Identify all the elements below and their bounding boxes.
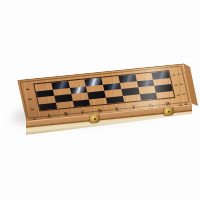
brass-clasp-icon bbox=[164, 107, 173, 115]
file-label-f: F bbox=[129, 104, 140, 110]
right-tick-label-2: 2 bbox=[179, 83, 184, 86]
right-tick-label-4: 4 bbox=[184, 103, 189, 106]
product-photo: ABCDEFGH 4321 1234 bbox=[0, 0, 200, 200]
file-label-c: C bbox=[78, 109, 89, 115]
file-label-b: B bbox=[61, 111, 72, 117]
rank-label-4: 4 bbox=[25, 86, 31, 92]
rank-label-3: 3 bbox=[27, 96, 33, 102]
rank-label-2: 2 bbox=[29, 106, 35, 112]
right-tick-label-3: 3 bbox=[181, 93, 186, 96]
file-label-g: G bbox=[146, 102, 157, 108]
file-label-h: H bbox=[163, 101, 174, 107]
file-label-e: E bbox=[112, 106, 123, 112]
tick-line bbox=[177, 94, 180, 95]
tick-line bbox=[172, 74, 175, 75]
clasp-pin-icon bbox=[168, 110, 170, 112]
right-tick-4: 4 bbox=[178, 99, 190, 110]
right-tick-label-1: 1 bbox=[177, 73, 182, 76]
brass-clasp-icon bbox=[90, 115, 99, 123]
file-label-d: D bbox=[95, 107, 106, 113]
clasp-pin-icon bbox=[94, 118, 96, 120]
file-label-a: A bbox=[44, 112, 55, 118]
tick-line bbox=[179, 104, 182, 105]
tick-line bbox=[175, 84, 178, 85]
rank-label-1: 1 bbox=[32, 116, 38, 122]
